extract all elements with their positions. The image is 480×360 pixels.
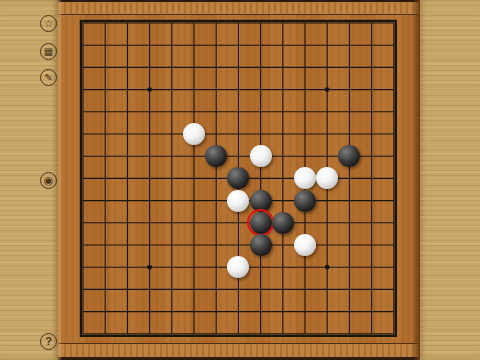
- left-toolbar: ☆ ▦ ✎ ◉ ?: [0, 0, 58, 360]
- pencil-icon: ✎: [44, 73, 52, 83]
- stone-marker-button[interactable]: ◉: [40, 172, 57, 189]
- star-icon: ☆: [44, 19, 53, 29]
- black-stone: [272, 212, 294, 234]
- black-stone: [250, 212, 272, 234]
- board-setup-button[interactable]: ▦: [40, 43, 57, 60]
- white-stone: [183, 123, 205, 145]
- grid-icon: ▦: [44, 47, 53, 57]
- white-stone: [294, 234, 316, 256]
- question-icon: ?: [45, 336, 52, 347]
- white-stone: [250, 145, 272, 167]
- black-stone: [250, 234, 272, 256]
- favorites-button[interactable]: ☆: [40, 15, 57, 32]
- white-stone: [227, 190, 249, 212]
- board-top-bevel: [58, 0, 420, 15]
- black-stone: [294, 190, 316, 212]
- help-button[interactable]: ?: [40, 333, 57, 350]
- board-right-edge: [413, 0, 420, 360]
- edit-button[interactable]: ✎: [40, 69, 57, 86]
- fisheye-icon: ◉: [44, 175, 54, 186]
- gomoku-board[interactable]: [58, 0, 420, 360]
- right-toolbar: Carrier 7:58 PM 100%: [420, 0, 480, 360]
- board-left-edge: [58, 0, 61, 360]
- black-stone: [250, 190, 272, 212]
- board-bottom-bevel: [58, 343, 420, 360]
- app-screen: ☆ ▦ ✎ ◉ ? Carrier: [0, 0, 480, 360]
